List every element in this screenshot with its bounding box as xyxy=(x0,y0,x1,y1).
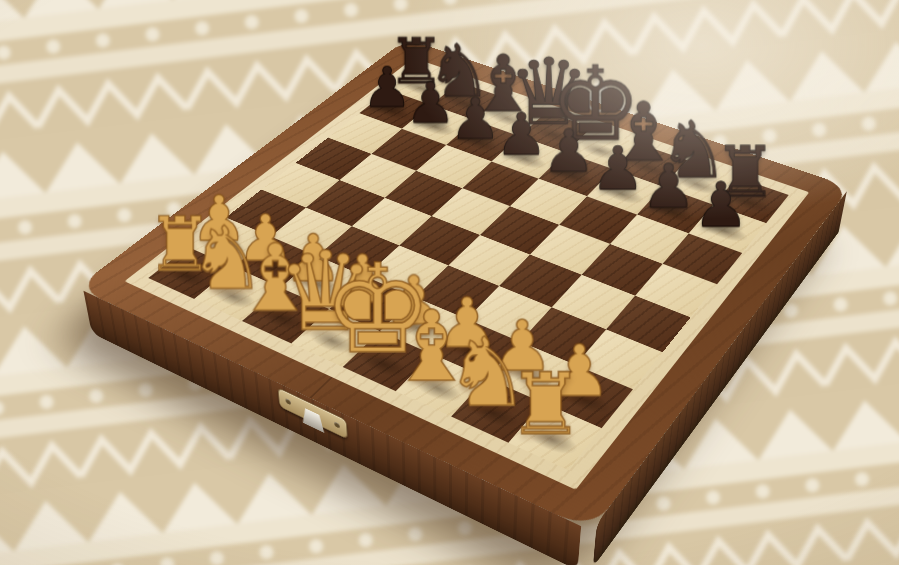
latch-screw-icon xyxy=(285,398,291,405)
perspective-scene: ♜♞♝♛♚♝♞♜♟♟♟♟♟♟♟♟♟♟♟♟♟♟♟♟♜♞♝♛♚♝♞♜ xyxy=(0,0,899,565)
latch-clasp-icon xyxy=(301,406,324,433)
black-pawn-glyph: ♟ xyxy=(646,174,796,236)
photo-scene: ♜♞♝♛♚♝♞♜♟♟♟♟♟♟♟♟♟♟♟♟♟♟♟♟♜♞♝♛♚♝♞♜ xyxy=(0,0,899,565)
white-rook-glyph: ♜ xyxy=(457,361,634,446)
board-surface: ♜♞♝♛♚♝♞♜♟♟♟♟♟♟♟♟♟♟♟♟♟♟♟♟♜♞♝♛♚♝♞♜ xyxy=(77,39,850,531)
square-h1: ♜ xyxy=(509,403,602,470)
latch-screw-icon xyxy=(334,421,340,429)
chess-box: ♜♞♝♛♚♝♞♜♟♟♟♟♟♟♟♟♟♟♟♟♟♟♟♟♜♞♝♛♚♝♞♜ xyxy=(77,39,850,531)
square-b5 xyxy=(340,154,417,198)
